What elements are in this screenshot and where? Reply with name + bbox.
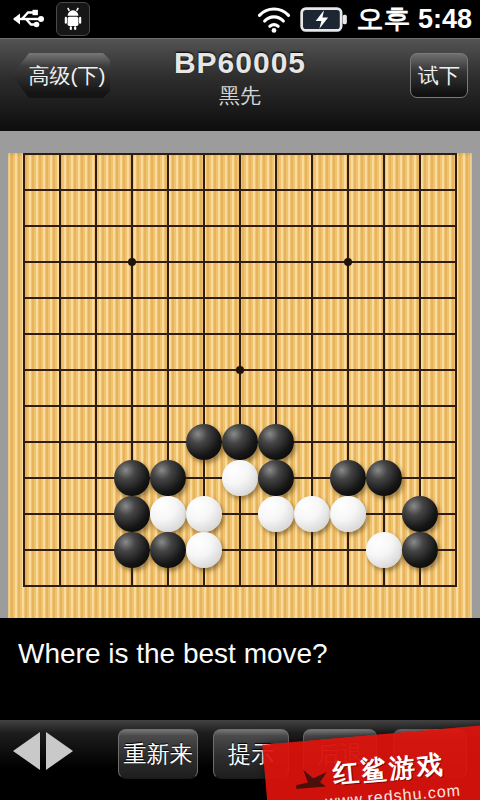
star-point bbox=[128, 258, 136, 266]
usb-connected-icon bbox=[10, 7, 46, 31]
black-stone bbox=[222, 424, 258, 460]
header-bar: BP60005 黑先 高级(下) 试下 bbox=[0, 38, 480, 131]
wifi-icon bbox=[256, 6, 292, 33]
back-level-button[interactable]: 高级(下) bbox=[12, 53, 110, 98]
white-stone bbox=[258, 496, 294, 532]
black-stone bbox=[114, 532, 150, 568]
shark-logo-icon bbox=[290, 761, 330, 790]
go-board bbox=[8, 153, 472, 622]
restart-button[interactable]: 重新来 bbox=[118, 729, 198, 779]
adb-debug-icon bbox=[56, 2, 90, 36]
white-stone bbox=[186, 532, 222, 568]
status-bar: 오후 5:48 bbox=[0, 0, 480, 38]
black-stone bbox=[186, 424, 222, 460]
nav-arrows bbox=[13, 732, 73, 770]
black-stone bbox=[114, 496, 150, 532]
puzzle-question-text: Where is the best move? bbox=[0, 618, 480, 720]
white-stone bbox=[186, 496, 222, 532]
redshu-watermark-banner: 红鲨游戏 www.redshu.com bbox=[262, 724, 480, 800]
try-move-button[interactable]: 试下 bbox=[410, 53, 468, 98]
black-stone bbox=[330, 460, 366, 496]
battery-charging-icon bbox=[300, 6, 348, 33]
white-stone bbox=[366, 532, 402, 568]
bottom-toolbar: 重新来 提示 后退 红鲨游戏 www.redshu.com bbox=[0, 720, 480, 800]
black-stone bbox=[114, 460, 150, 496]
black-stone bbox=[150, 532, 186, 568]
app-screen: 오후 5:48 BP60005 黑先 高级(下) 试下 Where is the… bbox=[0, 0, 480, 800]
clock-text: 오후 5:48 bbox=[356, 0, 472, 38]
white-stone bbox=[330, 496, 366, 532]
white-stone bbox=[222, 460, 258, 496]
black-stone bbox=[150, 460, 186, 496]
black-stone bbox=[366, 460, 402, 496]
black-stone bbox=[402, 532, 438, 568]
star-point bbox=[236, 366, 244, 374]
star-point bbox=[344, 258, 352, 266]
white-stone bbox=[150, 496, 186, 532]
black-stone bbox=[402, 496, 438, 532]
black-stone bbox=[258, 460, 294, 496]
prev-arrow-button[interactable] bbox=[13, 732, 40, 770]
white-stone bbox=[294, 496, 330, 532]
go-board-grid[interactable] bbox=[23, 153, 457, 587]
next-arrow-button[interactable] bbox=[46, 732, 73, 770]
black-stone bbox=[258, 424, 294, 460]
board-frame bbox=[0, 131, 480, 618]
